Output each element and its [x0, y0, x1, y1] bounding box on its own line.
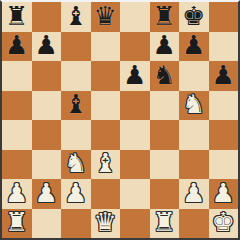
square-g6[interactable] [179, 61, 209, 91]
square-c8[interactable]: ♝ [61, 2, 91, 32]
square-a2[interactable]: ♟ [2, 179, 32, 209]
white-knight-icon[interactable]: ♞ [182, 91, 205, 117]
white-pawn-icon[interactable]: ♟ [5, 180, 28, 206]
white-rook-icon[interactable]: ♜ [5, 209, 28, 235]
square-c1[interactable] [61, 209, 91, 239]
square-d7[interactable] [91, 32, 121, 62]
square-h5[interactable] [209, 91, 239, 121]
square-g5[interactable]: ♞ [179, 91, 209, 121]
square-e3[interactable] [120, 150, 150, 180]
square-b4[interactable] [32, 120, 62, 150]
white-knight-icon[interactable]: ♞ [64, 150, 87, 176]
square-e2[interactable] [120, 179, 150, 209]
square-b1[interactable] [32, 209, 62, 239]
square-h6[interactable]: ♟ [209, 61, 239, 91]
black-queen-icon[interactable]: ♛ [94, 3, 117, 29]
black-pawn-icon[interactable]: ♟ [35, 32, 58, 58]
square-g7[interactable]: ♟ [179, 32, 209, 62]
white-pawn-icon[interactable]: ♟ [212, 180, 235, 206]
square-c3[interactable]: ♞ [61, 150, 91, 180]
white-pawn-icon[interactable]: ♟ [64, 180, 87, 206]
square-c6[interactable] [61, 61, 91, 91]
square-d6[interactable] [91, 61, 121, 91]
black-pawn-icon[interactable]: ♟ [182, 32, 205, 58]
square-h7[interactable] [209, 32, 239, 62]
square-b7[interactable]: ♟ [32, 32, 62, 62]
square-f1[interactable]: ♜ [150, 209, 180, 239]
square-g2[interactable]: ♟ [179, 179, 209, 209]
square-a8[interactable]: ♜ [2, 2, 32, 32]
black-pawn-icon[interactable]: ♟ [123, 62, 146, 88]
square-e1[interactable] [120, 209, 150, 239]
square-e6[interactable]: ♟ [120, 61, 150, 91]
square-c4[interactable] [61, 120, 91, 150]
white-king-icon[interactable]: ♚ [212, 209, 235, 235]
square-f6[interactable]: ♞ [150, 61, 180, 91]
black-bishop-icon[interactable]: ♝ [64, 3, 87, 29]
square-e7[interactable] [120, 32, 150, 62]
white-bishop-icon[interactable]: ♝ [94, 150, 117, 176]
square-h8[interactable] [209, 2, 239, 32]
square-d1[interactable]: ♛ [91, 209, 121, 239]
white-rook-icon[interactable]: ♜ [153, 209, 176, 235]
square-f8[interactable]: ♜ [150, 2, 180, 32]
white-pawn-icon[interactable]: ♟ [35, 180, 58, 206]
square-b2[interactable]: ♟ [32, 179, 62, 209]
square-f2[interactable] [150, 179, 180, 209]
square-g3[interactable] [179, 150, 209, 180]
black-rook-icon[interactable]: ♜ [5, 3, 28, 29]
square-b5[interactable] [32, 91, 62, 121]
square-e5[interactable] [120, 91, 150, 121]
square-g4[interactable] [179, 120, 209, 150]
white-pawn-icon[interactable]: ♟ [182, 180, 205, 206]
square-a7[interactable]: ♟ [2, 32, 32, 62]
square-d3[interactable]: ♝ [91, 150, 121, 180]
black-rook-icon[interactable]: ♜ [153, 3, 176, 29]
square-e8[interactable] [120, 2, 150, 32]
square-h2[interactable]: ♟ [209, 179, 239, 209]
square-f3[interactable] [150, 150, 180, 180]
black-knight-icon[interactable]: ♞ [153, 62, 176, 88]
black-pawn-icon[interactable]: ♟ [212, 62, 235, 88]
square-a1[interactable]: ♜ [2, 209, 32, 239]
chess-board: ♜♝♛♜♚♟♟♟♟♟♞♟♝♞♞♝♟♟♟♟♟♜♛♜♚ [2, 2, 238, 238]
square-f4[interactable] [150, 120, 180, 150]
square-c2[interactable]: ♟ [61, 179, 91, 209]
square-c5[interactable]: ♝ [61, 91, 91, 121]
square-a3[interactable] [2, 150, 32, 180]
square-b6[interactable] [32, 61, 62, 91]
square-b3[interactable] [32, 150, 62, 180]
square-f5[interactable] [150, 91, 180, 121]
square-d8[interactable]: ♛ [91, 2, 121, 32]
white-queen-icon[interactable]: ♛ [94, 209, 117, 235]
square-e4[interactable] [120, 120, 150, 150]
square-a4[interactable] [2, 120, 32, 150]
square-b8[interactable] [32, 2, 62, 32]
square-g1[interactable] [179, 209, 209, 239]
square-d2[interactable] [91, 179, 121, 209]
square-g8[interactable]: ♚ [179, 2, 209, 32]
black-king-icon[interactable]: ♚ [182, 3, 205, 29]
square-h1[interactable]: ♚ [209, 209, 239, 239]
square-a6[interactable] [2, 61, 32, 91]
square-f7[interactable]: ♟ [150, 32, 180, 62]
square-a5[interactable] [2, 91, 32, 121]
square-d4[interactable] [91, 120, 121, 150]
square-d5[interactable] [91, 91, 121, 121]
black-bishop-icon[interactable]: ♝ [64, 91, 87, 117]
black-pawn-icon[interactable]: ♟ [153, 32, 176, 58]
square-h3[interactable] [209, 150, 239, 180]
black-pawn-icon[interactable]: ♟ [5, 32, 28, 58]
chess-board-frame: ♜♝♛♜♚♟♟♟♟♟♞♟♝♞♞♝♟♟♟♟♟♜♛♜♚ [0, 0, 240, 240]
square-c7[interactable] [61, 32, 91, 62]
square-h4[interactable] [209, 120, 239, 150]
